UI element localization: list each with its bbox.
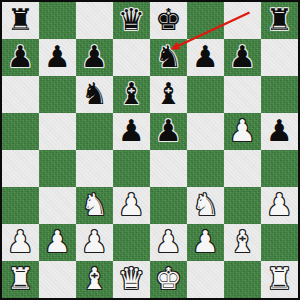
square-e6[interactable]: ♝ (150, 76, 187, 113)
square-e7[interactable]: ♞ (150, 39, 187, 76)
square-f5[interactable] (187, 113, 224, 150)
square-d4[interactable] (113, 150, 150, 187)
piece-white-pawn: ♟ (155, 224, 182, 260)
square-c8[interactable] (76, 2, 113, 39)
piece-white-knight: ♞ (81, 187, 108, 223)
square-g2[interactable]: ♝ (224, 224, 261, 261)
piece-black-bishop: ♝ (155, 76, 182, 112)
chess-board-wrapper: ♜♛♚♜♟♟♟♞♟♟♞♝♝♟♟♟♟♞♟♞♟♟♟♟♟♟♝♜♝♛♚♜ (0, 0, 300, 300)
piece-black-pawn: ♟ (229, 39, 256, 75)
piece-white-pawn: ♟ (118, 187, 145, 223)
square-d1[interactable]: ♛ (113, 261, 150, 298)
square-b3[interactable] (39, 187, 76, 224)
piece-white-queen: ♛ (118, 261, 145, 297)
piece-white-rook: ♜ (266, 261, 293, 297)
square-d6[interactable]: ♝ (113, 76, 150, 113)
square-g5[interactable]: ♟ (224, 113, 261, 150)
square-a6[interactable] (2, 76, 39, 113)
piece-white-pawn: ♟ (266, 187, 293, 223)
square-h6[interactable] (261, 76, 298, 113)
square-f3[interactable]: ♞ (187, 187, 224, 224)
piece-black-bishop: ♝ (118, 76, 145, 112)
square-f6[interactable] (187, 76, 224, 113)
piece-black-king: ♚ (155, 2, 182, 38)
square-e5[interactable]: ♟ (150, 113, 187, 150)
square-e3[interactable] (150, 187, 187, 224)
piece-white-pawn: ♟ (229, 113, 256, 149)
square-c6[interactable]: ♞ (76, 76, 113, 113)
square-h4[interactable] (261, 150, 298, 187)
piece-white-king: ♚ (155, 261, 182, 297)
square-h7[interactable] (261, 39, 298, 76)
piece-black-pawn: ♟ (266, 113, 293, 149)
piece-black-pawn: ♟ (192, 39, 219, 75)
square-b5[interactable] (39, 113, 76, 150)
piece-black-pawn: ♟ (81, 39, 108, 75)
square-f4[interactable] (187, 150, 224, 187)
chess-board: ♜♛♚♜♟♟♟♞♟♟♞♝♝♟♟♟♟♞♟♞♟♟♟♟♟♟♝♜♝♛♚♜ (0, 0, 300, 300)
piece-black-pawn: ♟ (44, 39, 71, 75)
square-a8[interactable]: ♜ (2, 2, 39, 39)
piece-black-queen: ♛ (118, 2, 145, 38)
square-d3[interactable]: ♟ (113, 187, 150, 224)
square-b6[interactable] (39, 76, 76, 113)
square-d2[interactable] (113, 224, 150, 261)
square-g3[interactable] (224, 187, 261, 224)
square-a4[interactable] (2, 150, 39, 187)
piece-white-knight: ♞ (192, 187, 219, 223)
square-g1[interactable] (224, 261, 261, 298)
piece-white-pawn: ♟ (192, 224, 219, 260)
piece-black-rook: ♜ (266, 2, 293, 38)
square-c1[interactable]: ♝ (76, 261, 113, 298)
square-c4[interactable] (76, 150, 113, 187)
square-e4[interactable] (150, 150, 187, 187)
square-a3[interactable] (2, 187, 39, 224)
square-h5[interactable]: ♟ (261, 113, 298, 150)
piece-white-pawn: ♟ (44, 224, 71, 260)
square-a2[interactable]: ♟ (2, 224, 39, 261)
square-d5[interactable]: ♟ (113, 113, 150, 150)
square-f7[interactable]: ♟ (187, 39, 224, 76)
square-h1[interactable]: ♜ (261, 261, 298, 298)
square-c3[interactable]: ♞ (76, 187, 113, 224)
square-b1[interactable] (39, 261, 76, 298)
piece-white-bishop: ♝ (81, 261, 108, 297)
piece-white-bishop: ♝ (229, 224, 256, 260)
square-d7[interactable] (113, 39, 150, 76)
square-b4[interactable] (39, 150, 76, 187)
square-e2[interactable]: ♟ (150, 224, 187, 261)
piece-white-rook: ♜ (7, 261, 34, 297)
square-b2[interactable]: ♟ (39, 224, 76, 261)
piece-white-pawn: ♟ (81, 224, 108, 260)
square-c2[interactable]: ♟ (76, 224, 113, 261)
square-b7[interactable]: ♟ (39, 39, 76, 76)
square-c7[interactable]: ♟ (76, 39, 113, 76)
square-e1[interactable]: ♚ (150, 261, 187, 298)
square-f1[interactable] (187, 261, 224, 298)
square-a5[interactable] (2, 113, 39, 150)
square-g8[interactable] (224, 2, 261, 39)
square-c5[interactable] (76, 113, 113, 150)
square-a7[interactable]: ♟ (2, 39, 39, 76)
square-a1[interactable]: ♜ (2, 261, 39, 298)
square-h8[interactable]: ♜ (261, 2, 298, 39)
piece-black-knight: ♞ (81, 76, 108, 112)
square-e8[interactable]: ♚ (150, 2, 187, 39)
square-d8[interactable]: ♛ (113, 2, 150, 39)
square-b8[interactable] (39, 2, 76, 39)
piece-black-knight: ♞ (155, 39, 182, 75)
square-h2[interactable] (261, 224, 298, 261)
piece-black-pawn: ♟ (7, 39, 34, 75)
square-f2[interactable]: ♟ (187, 224, 224, 261)
square-f8[interactable] (187, 2, 224, 39)
square-g7[interactable]: ♟ (224, 39, 261, 76)
piece-black-pawn: ♟ (118, 113, 145, 149)
piece-black-rook: ♜ (7, 2, 34, 38)
square-g4[interactable] (224, 150, 261, 187)
piece-black-pawn: ♟ (155, 113, 182, 149)
square-g6[interactable] (224, 76, 261, 113)
piece-white-pawn: ♟ (7, 224, 34, 260)
square-h3[interactable]: ♟ (261, 187, 298, 224)
